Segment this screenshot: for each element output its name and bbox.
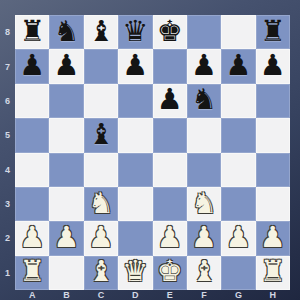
square-e3 [153,187,187,221]
file-label-h: H [256,290,290,300]
square-a1: ♜ [15,256,49,290]
rank-label-6: 6 [0,84,15,118]
rank-label-3: 3 [0,187,15,221]
white-queen-d1: ♛ [122,257,148,286]
square-g8 [221,15,255,49]
rank-labels: 87654321 [0,15,15,290]
square-f5 [187,118,221,152]
square-b6 [49,84,83,118]
square-f7: ♟ [187,49,221,83]
square-a5 [15,118,49,152]
white-rook-h1: ♜ [260,257,286,286]
square-g3 [221,187,255,221]
black-pawn-d7: ♟ [122,51,148,80]
file-label-f: F [187,290,221,300]
square-d8: ♛ [118,15,152,49]
square-f8 [187,15,221,49]
square-d1: ♛ [118,256,152,290]
file-label-b: B [49,290,83,300]
white-knight-f3: ♞ [191,189,217,218]
square-c3: ♞ [84,187,118,221]
white-bishop-c1: ♝ [88,257,114,286]
white-pawn-c2: ♟ [88,223,114,252]
rank-label-4: 4 [0,153,15,187]
white-bishop-f1: ♝ [191,257,217,286]
square-a2: ♟ [15,221,49,255]
black-pawn-a7: ♟ [19,51,45,80]
square-b7: ♟ [49,49,83,83]
white-pawn-a2: ♟ [19,223,45,252]
square-d6 [118,84,152,118]
file-label-c: C [84,290,118,300]
square-h2: ♟ [256,221,290,255]
file-labels: ABCDEFGH [15,290,290,300]
square-e7 [153,49,187,83]
chess-board: ♜♞♝♛♚♜♟♟♟♟♟♟♟♞♝♞♞♟♟♟♟♟♟♟♜♝♛♚♝♜ [15,15,290,290]
square-a6 [15,84,49,118]
square-a4 [15,153,49,187]
rank-label-2: 2 [0,221,15,255]
black-pawn-e6: ♟ [157,85,183,114]
black-bishop-c8: ♝ [88,17,114,46]
square-d5 [118,118,152,152]
square-h4 [256,153,290,187]
square-g1 [221,256,255,290]
square-a8: ♜ [15,15,49,49]
white-rook-a1: ♜ [19,257,45,286]
black-rook-a8: ♜ [19,17,45,46]
chess-board-frame: 87654321 ♜♞♝♛♚♜♟♟♟♟♟♟♟♞♝♞♞♟♟♟♟♟♟♟♜♝♛♚♝♜ … [0,0,300,300]
square-c2: ♟ [84,221,118,255]
file-label-e: E [153,290,187,300]
black-knight-f6: ♞ [191,85,217,114]
square-b2: ♟ [49,221,83,255]
square-h5 [256,118,290,152]
square-b8: ♞ [49,15,83,49]
square-b1 [49,256,83,290]
square-b3 [49,187,83,221]
rank-label-1: 1 [0,256,15,290]
square-e4 [153,153,187,187]
square-g6 [221,84,255,118]
square-f4 [187,153,221,187]
square-h8: ♜ [256,15,290,49]
square-c6 [84,84,118,118]
square-c7 [84,49,118,83]
black-pawn-g7: ♟ [225,51,251,80]
square-g4 [221,153,255,187]
square-c8: ♝ [84,15,118,49]
square-a3 [15,187,49,221]
black-pawn-f7: ♟ [191,51,217,80]
white-pawn-h2: ♟ [260,223,286,252]
square-h3 [256,187,290,221]
square-f2: ♟ [187,221,221,255]
square-a7: ♟ [15,49,49,83]
square-h7: ♟ [256,49,290,83]
file-label-d: D [118,290,152,300]
square-d4 [118,153,152,187]
white-knight-c3: ♞ [88,189,114,218]
square-g7: ♟ [221,49,255,83]
square-f6: ♞ [187,84,221,118]
square-e1: ♚ [153,256,187,290]
square-f1: ♝ [187,256,221,290]
square-e8: ♚ [153,15,187,49]
rank-label-8: 8 [0,15,15,49]
square-c1: ♝ [84,256,118,290]
square-c4 [84,153,118,187]
white-king-e1: ♚ [157,257,183,286]
black-queen-d8: ♛ [122,17,148,46]
square-d3 [118,187,152,221]
square-h6 [256,84,290,118]
square-b4 [49,153,83,187]
square-e5 [153,118,187,152]
file-label-a: A [15,290,49,300]
square-c5: ♝ [84,118,118,152]
square-d7: ♟ [118,49,152,83]
white-pawn-e2: ♟ [157,223,183,252]
black-rook-h8: ♜ [260,17,286,46]
square-g5 [221,118,255,152]
square-b5 [49,118,83,152]
square-g2: ♟ [221,221,255,255]
black-pawn-b7: ♟ [54,51,80,80]
square-e2: ♟ [153,221,187,255]
file-label-g: G [221,290,255,300]
black-bishop-c5: ♝ [88,120,114,149]
square-e6: ♟ [153,84,187,118]
white-pawn-b2: ♟ [54,223,80,252]
black-knight-b8: ♞ [54,17,80,46]
white-pawn-f2: ♟ [191,223,217,252]
black-pawn-h7: ♟ [260,51,286,80]
rank-label-7: 7 [0,49,15,83]
rank-label-5: 5 [0,118,15,152]
black-king-e8: ♚ [157,17,183,46]
white-pawn-g2: ♟ [225,223,251,252]
square-f3: ♞ [187,187,221,221]
square-d2 [118,221,152,255]
square-h1: ♜ [256,256,290,290]
